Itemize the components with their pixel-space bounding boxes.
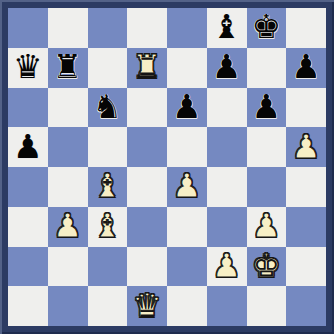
square-h2[interactable] [286,247,326,287]
piece-black-pawn[interactable]: ♟ [291,50,321,83]
square-f3[interactable] [207,207,247,247]
square-b8[interactable] [48,8,88,48]
square-a1[interactable] [8,286,48,326]
chess-board-frame: ♝♚♛♜♜♟♟♞♟♟♟♟♝♟♟♝♟♟♚♛ [0,0,334,334]
square-f6[interactable] [207,88,247,128]
square-d2[interactable] [127,247,167,287]
square-b1[interactable] [48,286,88,326]
square-d6[interactable] [127,88,167,128]
square-f8[interactable]: ♝ [207,8,247,48]
square-b3[interactable]: ♟ [48,207,88,247]
square-c8[interactable] [88,8,128,48]
piece-white-pawn[interactable]: ♟ [252,209,282,242]
square-g3[interactable]: ♟ [247,207,287,247]
square-a3[interactable] [8,207,48,247]
square-d5[interactable] [127,127,167,167]
square-d4[interactable] [127,167,167,207]
square-b4[interactable] [48,167,88,207]
square-a5[interactable]: ♟ [8,127,48,167]
square-c5[interactable] [88,127,128,167]
piece-black-rook[interactable]: ♜ [53,50,83,83]
square-f7[interactable]: ♟ [207,48,247,88]
square-g7[interactable] [247,48,287,88]
piece-white-pawn[interactable]: ♟ [172,169,202,202]
square-a2[interactable] [8,247,48,287]
piece-white-bishop[interactable]: ♝ [93,169,123,202]
square-e7[interactable] [167,48,207,88]
piece-white-pawn[interactable]: ♟ [212,249,242,282]
square-g8[interactable]: ♚ [247,8,287,48]
square-h7[interactable]: ♟ [286,48,326,88]
square-e6[interactable]: ♟ [167,88,207,128]
square-d3[interactable] [127,207,167,247]
square-b6[interactable] [48,88,88,128]
piece-black-bishop[interactable]: ♝ [212,10,242,43]
square-g2[interactable]: ♚ [247,247,287,287]
chess-board: ♝♚♛♜♜♟♟♞♟♟♟♟♝♟♟♝♟♟♚♛ [8,8,326,326]
square-h3[interactable] [286,207,326,247]
square-c6[interactable]: ♞ [88,88,128,128]
square-a6[interactable] [8,88,48,128]
square-h6[interactable] [286,88,326,128]
square-f4[interactable] [207,167,247,207]
square-b2[interactable] [48,247,88,287]
square-h8[interactable] [286,8,326,48]
piece-black-knight[interactable]: ♞ [93,90,123,123]
square-h1[interactable] [286,286,326,326]
piece-black-pawn[interactable]: ♟ [212,50,242,83]
square-d8[interactable] [127,8,167,48]
piece-white-bishop[interactable]: ♝ [93,209,123,242]
square-f1[interactable] [207,286,247,326]
square-a8[interactable] [8,8,48,48]
square-c1[interactable] [88,286,128,326]
square-b5[interactable] [48,127,88,167]
piece-black-pawn[interactable]: ♟ [13,130,43,163]
square-e2[interactable] [167,247,207,287]
piece-black-queen[interactable]: ♛ [13,50,43,83]
square-e1[interactable] [167,286,207,326]
square-c7[interactable] [88,48,128,88]
piece-black-pawn[interactable]: ♟ [252,90,282,123]
square-e3[interactable] [167,207,207,247]
square-f5[interactable] [207,127,247,167]
square-b7[interactable]: ♜ [48,48,88,88]
square-f2[interactable]: ♟ [207,247,247,287]
square-e8[interactable] [167,8,207,48]
square-h4[interactable] [286,167,326,207]
piece-black-pawn[interactable]: ♟ [172,90,202,123]
piece-black-king[interactable]: ♚ [252,10,282,43]
square-g6[interactable]: ♟ [247,88,287,128]
square-g5[interactable] [247,127,287,167]
piece-white-pawn[interactable]: ♟ [53,209,83,242]
square-c3[interactable]: ♝ [88,207,128,247]
square-g4[interactable] [247,167,287,207]
square-h5[interactable]: ♟ [286,127,326,167]
square-e4[interactable]: ♟ [167,167,207,207]
square-e5[interactable] [167,127,207,167]
square-d1[interactable]: ♛ [127,286,167,326]
square-a7[interactable]: ♛ [8,48,48,88]
piece-white-king[interactable]: ♚ [252,249,282,282]
piece-white-pawn[interactable]: ♟ [291,130,321,163]
square-a4[interactable] [8,167,48,207]
square-d7[interactable]: ♜ [127,48,167,88]
piece-white-rook[interactable]: ♜ [132,50,162,83]
square-g1[interactable] [247,286,287,326]
square-c2[interactable] [88,247,128,287]
piece-white-queen[interactable]: ♛ [132,289,162,322]
square-c4[interactable]: ♝ [88,167,128,207]
